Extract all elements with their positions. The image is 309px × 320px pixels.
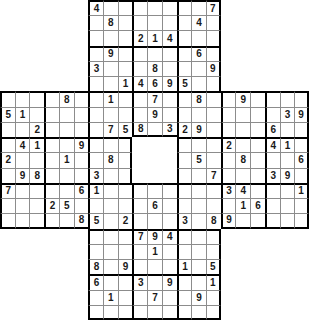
cell-r14c7[interactable] xyxy=(88,198,103,213)
cell-r13c3[interactable] xyxy=(29,183,44,198)
cell-r14c21[interactable] xyxy=(294,198,309,213)
cell-r16c14[interactable] xyxy=(191,229,206,244)
cell-r10c7[interactable] xyxy=(88,137,103,152)
cell-r15c19[interactable] xyxy=(265,213,280,228)
cell-r10c1[interactable] xyxy=(0,137,15,152)
cell-r13c12[interactable] xyxy=(162,183,177,198)
cell-r10c3[interactable]: 1 xyxy=(29,137,44,152)
cell-r9c12[interactable]: 3 xyxy=(162,122,177,137)
cell-r2c13[interactable] xyxy=(177,15,192,30)
cell-r18c14[interactable] xyxy=(191,259,206,274)
cell-r14c12[interactable] xyxy=(162,198,177,213)
cell-r14c4[interactable]: 2 xyxy=(44,198,59,213)
cell-r14c9[interactable] xyxy=(118,198,133,213)
cell-r21c8[interactable] xyxy=(103,305,118,320)
cell-r15c6[interactable]: 8 xyxy=(74,213,89,228)
cell-r11c15[interactable] xyxy=(206,152,221,167)
cell-r6c15[interactable] xyxy=(206,76,221,91)
cell-r5c15[interactable]: 9 xyxy=(206,61,221,76)
cell-r10c6[interactable]: 9 xyxy=(74,137,89,152)
cell-r9c6[interactable] xyxy=(74,122,89,137)
cell-r7c1[interactable] xyxy=(0,91,15,106)
cell-r12c8[interactable] xyxy=(103,168,118,183)
cell-r18c8[interactable] xyxy=(103,259,118,274)
cell-r9c21[interactable] xyxy=(294,122,309,137)
cell-r13c13[interactable] xyxy=(177,183,192,198)
cell-r17c11[interactable]: 1 xyxy=(147,244,162,259)
cell-r10c13[interactable] xyxy=(177,137,192,152)
cell-r15c20[interactable] xyxy=(280,213,295,228)
cell-r2c14[interactable]: 4 xyxy=(191,15,206,30)
cell-r8c7[interactable] xyxy=(88,107,103,122)
cell-r14c3[interactable] xyxy=(29,198,44,213)
cell-r4c13[interactable] xyxy=(177,46,192,61)
cell-r13c9[interactable] xyxy=(118,183,133,198)
cell-r7c7[interactable] xyxy=(88,91,103,106)
cell-r14c18[interactable]: 6 xyxy=(250,198,265,213)
cell-r15c12[interactable] xyxy=(162,213,177,228)
cell-r10c14[interactable] xyxy=(191,137,206,152)
cell-r21c7[interactable] xyxy=(88,305,103,320)
cell-r1c12[interactable] xyxy=(162,0,177,15)
cell-r4c8[interactable]: 9 xyxy=(103,46,118,61)
cell-r11c14[interactable]: 5 xyxy=(191,152,206,167)
cell-r13c16[interactable]: 3 xyxy=(221,183,236,198)
cell-r17c9[interactable] xyxy=(118,244,133,259)
cell-r14c11[interactable]: 6 xyxy=(147,198,162,213)
cell-r10c2[interactable]: 4 xyxy=(15,137,30,152)
cell-r11c6[interactable] xyxy=(74,152,89,167)
cell-r15c13[interactable]: 3 xyxy=(177,213,192,228)
cell-r3c15[interactable] xyxy=(206,30,221,45)
cell-r14c16[interactable] xyxy=(221,198,236,213)
cell-r21c9[interactable] xyxy=(118,305,133,320)
cell-r11c9[interactable] xyxy=(118,152,133,167)
cell-r10c19[interactable]: 4 xyxy=(265,137,280,152)
cell-r20c11[interactable]: 7 xyxy=(147,290,162,305)
cell-r18c12[interactable] xyxy=(162,259,177,274)
cell-r13c1[interactable]: 7 xyxy=(0,183,15,198)
cell-r13c18[interactable] xyxy=(250,183,265,198)
cell-r4c14[interactable]: 6 xyxy=(191,46,206,61)
cell-r1c11[interactable] xyxy=(147,0,162,15)
cell-r13c7[interactable]: 1 xyxy=(88,183,103,198)
cell-r5c9[interactable] xyxy=(118,61,133,76)
cell-r11c21[interactable]: 6 xyxy=(294,152,309,167)
cell-r15c14[interactable] xyxy=(191,213,206,228)
cell-r8c1[interactable]: 5 xyxy=(0,107,15,122)
cell-r19c7[interactable]: 6 xyxy=(88,274,103,289)
cell-r7c21[interactable] xyxy=(294,91,309,106)
cell-r11c17[interactable]: 8 xyxy=(235,152,250,167)
cell-r17c7[interactable] xyxy=(88,244,103,259)
cell-r14c2[interactable] xyxy=(15,198,30,213)
cell-r11c1[interactable]: 2 xyxy=(0,152,15,167)
cell-r20c14[interactable]: 9 xyxy=(191,290,206,305)
cell-r20c15[interactable] xyxy=(206,290,221,305)
cell-r6c8[interactable] xyxy=(103,76,118,91)
cell-r9c16[interactable] xyxy=(221,122,236,137)
cell-r15c5[interactable] xyxy=(59,213,74,228)
cell-r14c1[interactable] xyxy=(0,198,15,213)
cell-r9c17[interactable] xyxy=(235,122,250,137)
cell-r6c10[interactable]: 4 xyxy=(132,76,147,91)
cell-r4c12[interactable] xyxy=(162,46,177,61)
cell-r10c20[interactable]: 1 xyxy=(280,137,295,152)
cell-r21c15[interactable] xyxy=(206,305,221,320)
cell-r9c15[interactable] xyxy=(206,122,221,137)
cell-r11c8[interactable]: 8 xyxy=(103,152,118,167)
cell-r16c10[interactable]: 7 xyxy=(132,229,147,244)
cell-r10c9[interactable] xyxy=(118,137,133,152)
cell-r19c21 xyxy=(294,274,309,289)
cell-r6c14[interactable] xyxy=(191,76,206,91)
cell-r5c2 xyxy=(15,61,30,76)
cell-r14c8[interactable] xyxy=(103,198,118,213)
cell-r15c15[interactable]: 8 xyxy=(206,213,221,228)
cell-r7c9[interactable] xyxy=(118,91,133,106)
cell-r10c8[interactable] xyxy=(103,137,118,152)
cell-r12c5[interactable] xyxy=(59,168,74,183)
cell-r19c13[interactable] xyxy=(177,274,192,289)
cell-r11c2[interactable] xyxy=(15,152,30,167)
cell-r1c13[interactable] xyxy=(177,0,192,15)
cell-r6c11[interactable]: 6 xyxy=(147,76,162,91)
cell-r14c19[interactable] xyxy=(265,198,280,213)
cell-r9c3[interactable]: 2 xyxy=(29,122,44,137)
cell-r18c13[interactable]: 1 xyxy=(177,259,192,274)
cell-r10c15[interactable] xyxy=(206,137,221,152)
cell-r5c13[interactable] xyxy=(177,61,192,76)
cell-r18c15[interactable]: 5 xyxy=(206,259,221,274)
cell-r5c11[interactable]: 8 xyxy=(147,61,162,76)
cell-r1c7[interactable]: 4 xyxy=(88,0,103,15)
cell-r13c11[interactable] xyxy=(147,183,162,198)
cell-r4c9[interactable] xyxy=(118,46,133,61)
cell-r12c14[interactable] xyxy=(191,168,206,183)
cell-r8c15[interactable] xyxy=(206,107,221,122)
cell-r15c4[interactable] xyxy=(44,213,59,228)
cell-r11c4[interactable] xyxy=(44,152,59,167)
cell-r8c8[interactable] xyxy=(103,107,118,122)
cell-r7c19[interactable] xyxy=(265,91,280,106)
cell-r17c10[interactable] xyxy=(132,244,147,259)
cell-r20c13[interactable] xyxy=(177,290,192,305)
cell-r9c18[interactable] xyxy=(250,122,265,137)
cell-r12c20[interactable]: 9 xyxy=(280,168,295,183)
cell-r16c9[interactable] xyxy=(118,229,133,244)
cell-r7c20[interactable] xyxy=(280,91,295,106)
cell-r15c2[interactable] xyxy=(15,213,30,228)
cell-r6c12[interactable]: 9 xyxy=(162,76,177,91)
cell-r11c18[interactable] xyxy=(250,152,265,167)
cell-r8c17[interactable] xyxy=(235,107,250,122)
cell-r21c10[interactable] xyxy=(132,305,147,320)
cell-r17c15[interactable] xyxy=(206,244,221,259)
cell-r12c2[interactable]: 9 xyxy=(15,168,30,183)
cell-r18c3 xyxy=(29,259,44,274)
cell-r13c20[interactable] xyxy=(280,183,295,198)
cell-r6c9[interactable]: 1 xyxy=(118,76,133,91)
cell-r9c11[interactable] xyxy=(147,122,162,137)
cell-r3c13[interactable] xyxy=(177,30,192,45)
cell-r7c14[interactable]: 8 xyxy=(191,91,206,106)
cell-r3c7[interactable] xyxy=(88,30,103,45)
cell-r3c12[interactable]: 4 xyxy=(162,30,177,45)
cell-r13c15[interactable] xyxy=(206,183,221,198)
cell-r8c10[interactable] xyxy=(132,107,147,122)
cell-r20c7[interactable] xyxy=(88,290,103,305)
cell-r15c1[interactable] xyxy=(0,213,15,228)
cell-r7c4[interactable] xyxy=(44,91,59,106)
cell-r20c1 xyxy=(0,290,15,305)
cell-r1c8[interactable] xyxy=(103,0,118,15)
cell-r5c14[interactable] xyxy=(191,61,206,76)
cell-r7c10[interactable] xyxy=(132,91,147,106)
cell-r21c13[interactable] xyxy=(177,305,192,320)
cell-r10c18[interactable] xyxy=(250,137,265,152)
cell-r4c7[interactable] xyxy=(88,46,103,61)
cell-r18c10[interactable] xyxy=(132,259,147,274)
cell-r15c8[interactable] xyxy=(103,213,118,228)
cell-r8c6[interactable] xyxy=(74,107,89,122)
cell-r11c7[interactable] xyxy=(88,152,103,167)
cell-r8c20[interactable]: 3 xyxy=(280,107,295,122)
cell-r11c20[interactable] xyxy=(280,152,295,167)
cell-r8c5[interactable] xyxy=(59,107,74,122)
cell-r1c20 xyxy=(280,0,295,15)
cell-r13c19[interactable] xyxy=(265,183,280,198)
cell-r3c8[interactable] xyxy=(103,30,118,45)
cell-r18c11[interactable] xyxy=(147,259,162,274)
cell-r15c9[interactable]: 2 xyxy=(118,213,133,228)
cell-r13c5[interactable] xyxy=(59,183,74,198)
cell-r5c7[interactable]: 3 xyxy=(88,61,103,76)
cell-r7c12[interactable] xyxy=(162,91,177,106)
cell-r13c8[interactable] xyxy=(103,183,118,198)
cell-r12c18[interactable] xyxy=(250,168,265,183)
cell-r5c10[interactable] xyxy=(132,61,147,76)
cell-r18c9[interactable]: 9 xyxy=(118,259,133,274)
cell-r20c10[interactable] xyxy=(132,290,147,305)
cell-r7c3[interactable] xyxy=(29,91,44,106)
cell-r12c13[interactable] xyxy=(177,168,192,183)
cell-r4c15[interactable] xyxy=(206,46,221,61)
cell-r11c16[interactable] xyxy=(221,152,236,167)
cell-r17c8[interactable] xyxy=(103,244,118,259)
cell-r19c15[interactable]: 1 xyxy=(206,274,221,289)
cell-r16c8[interactable] xyxy=(103,229,118,244)
cell-r18c6 xyxy=(74,259,89,274)
cell-r6c13[interactable]: 5 xyxy=(177,76,192,91)
cell-r5c12[interactable] xyxy=(162,61,177,76)
cell-r16c12[interactable]: 4 xyxy=(162,229,177,244)
cell-r8c21[interactable]: 9 xyxy=(294,107,309,122)
cell-r11c3[interactable] xyxy=(29,152,44,167)
cell-r19c12[interactable]: 9 xyxy=(162,274,177,289)
cell-r12c7[interactable]: 3 xyxy=(88,168,103,183)
cell-r7c13[interactable] xyxy=(177,91,192,106)
cell-r18c7[interactable]: 8 xyxy=(88,259,103,274)
cell-r4c10[interactable] xyxy=(132,46,147,61)
cell-r7c6[interactable] xyxy=(74,91,89,106)
cell-r7c15[interactable] xyxy=(206,91,221,106)
cell-r9c4[interactable] xyxy=(44,122,59,137)
cell-r5c8[interactable] xyxy=(103,61,118,76)
cell-r10c21[interactable] xyxy=(294,137,309,152)
cell-r13c17[interactable]: 4 xyxy=(235,183,250,198)
cell-r20c9[interactable] xyxy=(118,290,133,305)
cell-r3c10[interactable]: 2 xyxy=(132,30,147,45)
cell-r10c17[interactable] xyxy=(235,137,250,152)
cell-r1c9[interactable] xyxy=(118,0,133,15)
cell-r2c15[interactable] xyxy=(206,15,221,30)
cell-r10c16[interactable]: 2 xyxy=(221,137,236,152)
cell-r9c10[interactable]: 8 xyxy=(132,122,147,137)
cell-r21c11[interactable] xyxy=(147,305,162,320)
cell-r16c11[interactable]: 9 xyxy=(147,229,162,244)
cell-r9c1[interactable] xyxy=(0,122,15,137)
cell-r14c17[interactable]: 1 xyxy=(235,198,250,213)
cell-r16c7[interactable] xyxy=(88,229,103,244)
cell-r16c13[interactable] xyxy=(177,229,192,244)
cell-r3c9[interactable] xyxy=(118,30,133,45)
cell-r8c11[interactable]: 9 xyxy=(147,107,162,122)
cell-r9c14[interactable]: 9 xyxy=(191,122,206,137)
cell-r14c5[interactable]: 5 xyxy=(59,198,74,213)
cell-r17c13[interactable] xyxy=(177,244,192,259)
cell-r3c20 xyxy=(280,30,295,45)
cell-r21c12[interactable] xyxy=(162,305,177,320)
cell-r15c10[interactable] xyxy=(132,213,147,228)
cell-r2c9[interactable] xyxy=(118,15,133,30)
cell-r15c11[interactable] xyxy=(147,213,162,228)
cell-r2c8[interactable]: 8 xyxy=(103,15,118,30)
cell-r12c21[interactable] xyxy=(294,168,309,183)
cell-r14c14[interactable] xyxy=(191,198,206,213)
cell-r15c16[interactable]: 9 xyxy=(221,213,236,228)
cell-r10c4[interactable] xyxy=(44,137,59,152)
cell-r16c21 xyxy=(294,229,309,244)
cell-r7c17[interactable]: 9 xyxy=(235,91,250,106)
cell-r7c5[interactable]: 8 xyxy=(59,91,74,106)
cell-r1c15[interactable]: 7 xyxy=(206,0,221,15)
cell-r14c6[interactable] xyxy=(74,198,89,213)
cell-r2c10[interactable] xyxy=(132,15,147,30)
cell-r8c9[interactable] xyxy=(118,107,133,122)
cell-r11c19[interactable] xyxy=(265,152,280,167)
cell-r3c11[interactable]: 1 xyxy=(147,30,162,45)
cell-r9c2[interactable] xyxy=(15,122,30,137)
cell-r11c13[interactable] xyxy=(177,152,192,167)
cell-r7c16[interactable] xyxy=(221,91,236,106)
cell-r9c13[interactable]: 2 xyxy=(177,122,192,137)
cell-r17c12[interactable] xyxy=(162,244,177,259)
cell-r8c12[interactable] xyxy=(162,107,177,122)
cell-r8c13[interactable] xyxy=(177,107,192,122)
cell-r20c8[interactable]: 1 xyxy=(103,290,118,305)
cell-r3c14[interactable] xyxy=(191,30,206,45)
cell-r14c13[interactable] xyxy=(177,198,192,213)
cell-r8c16[interactable] xyxy=(221,107,236,122)
cell-r21c14[interactable] xyxy=(191,305,206,320)
cell-r8c2[interactable]: 1 xyxy=(15,107,30,122)
cell-r14c10[interactable] xyxy=(132,198,147,213)
cell-r12c4[interactable] xyxy=(44,168,59,183)
cell-r9c9[interactable]: 5 xyxy=(118,122,133,137)
cell-r8c4[interactable] xyxy=(44,107,59,122)
cell-r2c7[interactable] xyxy=(88,15,103,30)
cell-r4c21 xyxy=(294,46,309,61)
cell-r2c12[interactable] xyxy=(162,15,177,30)
cell-r8c18[interactable] xyxy=(250,107,265,122)
cell-r12c15[interactable]: 7 xyxy=(206,168,221,183)
cell-r7c2[interactable] xyxy=(15,91,30,106)
cell-r8c14[interactable] xyxy=(191,107,206,122)
cell-r20c12[interactable] xyxy=(162,290,177,305)
cell-r1c10[interactable] xyxy=(132,0,147,15)
cell-r19c10[interactable]: 3 xyxy=(132,274,147,289)
cell-r17c14[interactable] xyxy=(191,244,206,259)
cell-r11c5[interactable]: 1 xyxy=(59,152,74,167)
cell-r7c8[interactable]: 1 xyxy=(103,91,118,106)
cell-r7c18[interactable] xyxy=(250,91,265,106)
cell-r15c7[interactable]: 5 xyxy=(88,213,103,228)
cell-r6c7[interactable] xyxy=(88,76,103,91)
cell-r13c14[interactable] xyxy=(191,183,206,198)
cell-r15c17[interactable] xyxy=(235,213,250,228)
cell-r12c6[interactable] xyxy=(74,168,89,183)
cell-r8c3[interactable] xyxy=(29,107,44,122)
cell-r13c10[interactable] xyxy=(132,183,147,198)
cell-r15c18[interactable] xyxy=(250,213,265,228)
cell-r6c4 xyxy=(44,76,59,91)
cell-r9c20[interactable] xyxy=(280,122,295,137)
cell-r12c9[interactable] xyxy=(118,168,133,183)
cell-r21c19 xyxy=(265,305,280,320)
cell-r1c14[interactable] xyxy=(191,0,206,15)
cell-r12c17[interactable] xyxy=(235,168,250,183)
cell-r2c11[interactable] xyxy=(147,15,162,30)
cell-r14c20[interactable] xyxy=(280,198,295,213)
cell-r8c19[interactable] xyxy=(265,107,280,122)
cell-r9c7[interactable] xyxy=(88,122,103,137)
cell-r13c2[interactable] xyxy=(15,183,30,198)
cell-r17c6 xyxy=(74,244,89,259)
cell-r19c14[interactable] xyxy=(191,274,206,289)
cell-r13c4[interactable] xyxy=(44,183,59,198)
cell-r19c8[interactable] xyxy=(103,274,118,289)
cell-r10c5[interactable] xyxy=(59,137,74,152)
cell-r12c3[interactable]: 8 xyxy=(29,168,44,183)
cell-r9c5[interactable] xyxy=(59,122,74,137)
cell-r12c16[interactable] xyxy=(221,168,236,183)
cell-r12c1[interactable] xyxy=(0,168,15,183)
cell-r4c11[interactable] xyxy=(147,46,162,61)
cell-r14c15[interactable] xyxy=(206,198,221,213)
cell-r13c21[interactable]: 1 xyxy=(294,183,309,198)
cell-r9c19[interactable]: 6 xyxy=(265,122,280,137)
cell-r19c11[interactable] xyxy=(147,274,162,289)
cell-r16c15[interactable] xyxy=(206,229,221,244)
cell-r13c6[interactable]: 6 xyxy=(74,183,89,198)
cell-r15c21[interactable] xyxy=(294,213,309,228)
cell-r15c3[interactable] xyxy=(29,213,44,228)
cell-r7c11[interactable]: 7 xyxy=(147,91,162,106)
cell-r12c19[interactable]: 3 xyxy=(265,168,280,183)
cell-r19c9[interactable] xyxy=(118,274,133,289)
cell-r9c8[interactable]: 7 xyxy=(103,122,118,137)
